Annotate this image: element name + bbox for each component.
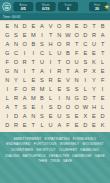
grid-cell-i7[interactable]: N [72, 76, 81, 85]
word-list-item: EXPATRIATING [45, 136, 70, 141]
grid-cell-g10[interactable]: D [55, 103, 64, 112]
grid-cell-l3[interactable]: T [98, 40, 107, 49]
grid-cell-b3[interactable]: N [12, 40, 21, 49]
grid-cell-l6[interactable]: E [98, 67, 107, 76]
grid-cell-k8[interactable]: Y [90, 85, 99, 94]
grid-cell-b5[interactable]: O [12, 58, 21, 67]
grid-cell-i4[interactable]: F [72, 49, 81, 58]
grid-cell-b4[interactable]: C [12, 49, 21, 58]
score-stat-box: Score 0 [58, 2, 78, 11]
grid-cell-f7[interactable]: R [46, 76, 55, 85]
word-list-area: EMBITTERMENTEXPATRIATINGFORMLESSLYENDEAV… [0, 132, 110, 183]
grid-cell-f9[interactable]: L [46, 94, 55, 103]
grid-cell-l2[interactable]: A [98, 31, 107, 40]
grid-cell-c3[interactable]: O [20, 40, 29, 49]
grid-cell-f5[interactable]: I [46, 58, 55, 67]
words-counter: 0/19 [42, 6, 49, 10]
word-list-item: RAMBLING [80, 147, 98, 152]
grid-cell-k7[interactable]: Y [90, 76, 99, 85]
timer-text: Time: 00:03 [3, 15, 20, 19]
grid-cell-h5[interactable]: O [64, 58, 73, 67]
grid-cell-j9[interactable]: D [81, 94, 90, 103]
grid-cell-j12[interactable]: D [81, 121, 90, 130]
grid-cell-a12[interactable]: D [3, 121, 12, 130]
word-list-item: TRUE [50, 159, 60, 164]
word-list-item: CLUBFEET [59, 147, 77, 152]
grid-cell-b9[interactable]: R [12, 94, 21, 103]
grid-cell-e1[interactable]: A [38, 22, 47, 31]
grid-cell-g8[interactable]: E [55, 85, 64, 94]
grid-cell-e6[interactable]: A [38, 67, 47, 76]
word-list-item: ENDEAVORED [6, 142, 30, 147]
word-list-item: DEFAULTER [49, 153, 70, 158]
grid-cell-l12[interactable]: K [98, 121, 107, 130]
grid-cell-k11[interactable]: E [90, 112, 99, 121]
grid-cell-e11[interactable]: S [38, 112, 47, 121]
bonus-value: 0/5 [21, 6, 26, 10]
grid-cell-j7[interactable]: I [81, 76, 90, 85]
grid-cell-h7[interactable]: V [64, 76, 73, 85]
grid-cell-c10[interactable]: S [20, 103, 29, 112]
grid-cell-h4[interactable]: B [64, 49, 73, 58]
grid-cell-d6[interactable]: T [29, 67, 38, 76]
grid-cell-i11[interactable]: E [72, 112, 81, 121]
grid-cell-c11[interactable]: A [20, 112, 29, 121]
grid-cell-j11[interactable]: X [81, 112, 90, 121]
grid-cell-g2[interactable]: N [55, 31, 64, 40]
grid-cell-f4[interactable]: L [46, 49, 55, 58]
grid-cell-b6[interactable]: N [12, 67, 21, 76]
grid-cell-g7[interactable]: E [55, 76, 64, 85]
grid-cell-g1[interactable]: O [55, 22, 64, 31]
grid-cell-e7[interactable]: S [38, 76, 47, 85]
grid-cell-j8[interactable]: L [81, 85, 90, 94]
hamburger-menu-icon[interactable]: ☰ [2, 2, 11, 11]
grid-cell-a8[interactable]: I [3, 85, 12, 94]
grid-cell-l5[interactable]: L [98, 58, 107, 67]
grid-cell-f2[interactable]: T [46, 31, 55, 40]
grid-cell-g4[interactable]: U [55, 49, 64, 58]
grid-cell-g6[interactable]: R [55, 67, 64, 76]
grid-cell-a2[interactable]: G [3, 31, 12, 40]
grid-cell-e2[interactable]: I [38, 31, 47, 40]
grid-cell-h11[interactable]: S [64, 112, 73, 121]
grid-cell-f3[interactable]: H [46, 40, 55, 49]
grid-cell-k9[interactable]: T [90, 94, 99, 103]
grid-cell-d8[interactable]: R [29, 85, 38, 94]
grid-cell-f1[interactable]: V [46, 22, 55, 31]
grid-cell-j10[interactable]: W [81, 103, 90, 112]
grid-cell-j3[interactable]: C [81, 40, 90, 49]
grid-cell-f12[interactable]: U [46, 121, 55, 130]
grid-cell-g12[interactable]: A [55, 121, 64, 130]
grid-cell-b10[interactable]: T [12, 103, 21, 112]
grid-cell-d3[interactable]: B [29, 40, 38, 49]
word-list-item: DIALING [5, 153, 19, 158]
grid-cell-h2[interactable]: W [64, 31, 73, 40]
grid-cell-l11[interactable]: D [98, 112, 107, 121]
word-list-item: DOWNTIMES [11, 147, 33, 152]
grid-cell-a7[interactable]: N [3, 76, 12, 85]
bonus-stat-box: Bonus 0/5 [13, 2, 33, 11]
grid-cell-k12[interactable]: E [90, 121, 99, 130]
grid-cell-k5[interactable]: K [90, 58, 99, 67]
grid-cell-c2[interactable]: E [20, 31, 29, 40]
grid-cell-i12[interactable]: E [72, 121, 81, 130]
grid-cell-f10[interactable]: S [46, 103, 55, 112]
word-list-item: FORTUITOUS [34, 142, 57, 147]
grid-cell-h10[interactable]: O [64, 103, 73, 112]
grid-cell-c12[interactable]: E [20, 121, 29, 130]
word-list-item: EMBITTERMENT [14, 136, 42, 141]
grid-cell-h12[interactable]: F [64, 121, 73, 130]
grid-cell-c9[interactable]: A [20, 94, 29, 103]
word-list-item: SAVE [63, 159, 72, 164]
grid-cell-a5[interactable]: F [3, 58, 12, 67]
grid-cell-b2[interactable]: S [12, 31, 21, 40]
grid-cell-d4[interactable]: I [29, 49, 38, 58]
star-icon: ★ [104, 3, 110, 10]
grid-cell-e10[interactable]: I [38, 103, 47, 112]
app-screen: ☰ Bonus 0/5 Words 0/19 Score 0 Hints 20 … [0, 0, 110, 183]
grid-cell-e5[interactable]: U [38, 58, 47, 67]
grid-cell-l9[interactable]: E [98, 94, 107, 103]
grid-cell-d1[interactable]: E [29, 22, 38, 31]
grid-cell-c1[interactable]: D [20, 22, 29, 31]
grid-cell-l1[interactable]: B [98, 22, 107, 31]
grid-cell-h6[interactable]: T [64, 67, 73, 76]
word-list-item: INVERSELY [60, 142, 80, 147]
word-list: EMBITTERMENTEXPATRIATINGFORMLESSLYENDEAV… [5, 136, 106, 164]
grid-cell-c6[interactable]: I [20, 67, 29, 76]
grid-cell-d7[interactable]: E [29, 76, 38, 85]
grid-cell-j4[interactable]: E [81, 49, 90, 58]
grid-cell-c5[interactable]: R [20, 58, 29, 67]
grid-cell-a4[interactable]: G [3, 49, 12, 58]
grid-cell-k1[interactable]: T [90, 22, 99, 31]
grid-cell-a10[interactable]: A [3, 103, 12, 112]
grid-cell-h9[interactable]: N [64, 94, 73, 103]
grid-cell-b1[interactable]: N [12, 22, 21, 31]
grid-cell-e3[interactable]: S [38, 40, 47, 49]
grid-cell-g3[interactable]: O [55, 40, 64, 49]
grid-cell-k10[interactable]: H [90, 103, 99, 112]
word-list-item: THEE [38, 159, 47, 164]
grid-cell-d2[interactable]: M [29, 31, 38, 40]
grid-cell-e4[interactable]: C [38, 49, 47, 58]
grid-cell-a11[interactable]: I [3, 112, 12, 121]
grid-cell-i8[interactable]: S [72, 85, 81, 94]
grid-cell-e9[interactable]: B [38, 94, 47, 103]
grid-cell-k2[interactable]: R [90, 31, 99, 40]
grid-cell-g5[interactable]: T [55, 58, 64, 67]
grid-cell-a1[interactable]: E [3, 22, 12, 31]
grid-cell-i5[interactable]: U [72, 58, 81, 67]
grid-cell-a6[interactable]: G [3, 67, 12, 76]
grid-cell-b12[interactable]: R [12, 121, 21, 130]
word-list-item: BATTLEFIELD [22, 153, 45, 158]
grid-cell-b8[interactable]: F [12, 85, 21, 94]
score-value: 0 [67, 6, 69, 10]
grid-cell-j1[interactable]: D [81, 22, 90, 31]
word-list-item: WOODSIEST [82, 142, 104, 147]
grid-cell-l4[interactable]: T [98, 49, 107, 58]
grid-cell-l7[interactable]: F [98, 76, 107, 85]
grid-cell-c4[interactable]: I [20, 49, 29, 58]
grid-cell-d12[interactable]: T [29, 121, 38, 130]
grid-cell-c7[interactable]: L [20, 76, 29, 85]
grid-cell-i10[interactable]: O [72, 103, 81, 112]
hints-button[interactable]: Hints 20 ★ [89, 2, 108, 11]
grid-cell-e8[interactable]: M [38, 85, 47, 94]
time-strip: Time: 00:03 [0, 13, 110, 20]
grid-cell-b11[interactable]: D [12, 112, 21, 121]
grid-cell-k4[interactable]: E [90, 49, 99, 58]
word-list-item: FORMLESSLY [73, 136, 96, 141]
grid-cell-b7[interactable]: Y [12, 76, 21, 85]
grid-cell-c8[interactable]: O [20, 85, 29, 94]
grid-cell-h8[interactable]: S [64, 85, 73, 94]
grid-cell-i3[interactable]: T [72, 40, 81, 49]
grid-cell-g9[interactable]: I [55, 94, 64, 103]
grid-cell-a9[interactable]: L [3, 94, 12, 103]
grid-cell-d5[interactable]: T [29, 58, 38, 67]
letter-grid[interactable]: ENDEAVOREDTBGSEMITNWODRAANOBSHORTCUTGCII… [3, 22, 107, 131]
grid-cell-d10[interactable]: E [29, 103, 38, 112]
grid-cell-f6[interactable]: I [46, 67, 55, 76]
grid-cell-j5[interactable]: S [81, 58, 90, 67]
grid-cell-i9[interactable]: G [72, 94, 81, 103]
grid-cell-j2[interactable]: D [81, 31, 90, 40]
grid-cell-i1[interactable]: E [72, 22, 81, 31]
grid-cell-h1[interactable]: R [64, 22, 73, 31]
grid-cell-k6[interactable]: X [90, 67, 99, 76]
word-list-item: DANSEUSE [72, 153, 91, 158]
grid-cell-d9[interactable]: M [29, 94, 38, 103]
header-bar: ☰ Bonus 0/5 Words 0/19 Score 0 Hints 20 … [0, 0, 110, 13]
grid-cell-g11[interactable]: U [55, 112, 64, 121]
grid-cell-i6[interactable]: A [72, 67, 81, 76]
grid-cell-h3[interactable]: R [64, 40, 73, 49]
grid-cell-j6[interactable]: P [81, 67, 90, 76]
grid-cell-l8[interactable]: I [98, 85, 107, 94]
grid-cell-l10[interactable]: L [98, 103, 107, 112]
word-list-item: GAGE [95, 153, 105, 158]
grid-cell-e12[interactable]: L [38, 121, 47, 130]
grid-cell-i2[interactable]: O [72, 31, 81, 40]
grid-cell-k3[interactable]: U [90, 40, 99, 49]
grid-cell-f8[interactable]: L [46, 85, 55, 94]
hints-count: 20 [95, 6, 99, 10]
puzzle-board: ENDEAVOREDTBGSEMITNWODRAANOBSHORTCUTGCII… [0, 20, 110, 132]
grid-cell-a3[interactable]: A [3, 40, 12, 49]
grid-cell-f11[interactable]: E [46, 112, 55, 121]
grid-cell-d11[interactable]: N [29, 112, 38, 121]
word-list-item: SHORTCUT [36, 147, 56, 152]
words-stat-box: Words 0/19 [36, 2, 56, 11]
